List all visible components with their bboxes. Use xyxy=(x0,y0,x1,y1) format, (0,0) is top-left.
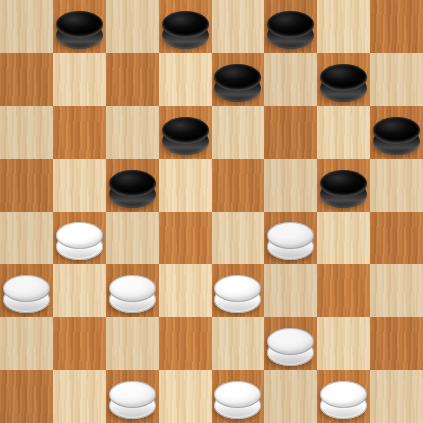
square-r6c6 xyxy=(317,317,370,370)
square-r0c5[interactable] xyxy=(264,0,317,53)
square-r3c2[interactable] xyxy=(106,159,159,212)
black-man[interactable] xyxy=(214,64,261,102)
white-man[interactable] xyxy=(109,275,156,313)
checkers-board xyxy=(0,0,423,423)
black-man[interactable] xyxy=(373,117,420,155)
piece-top-face xyxy=(320,381,367,408)
square-r2c6 xyxy=(317,106,370,159)
square-r5c5 xyxy=(264,264,317,317)
square-r3c3 xyxy=(159,159,212,212)
square-r2c3[interactable] xyxy=(159,106,212,159)
piece-top-face xyxy=(109,275,156,302)
square-r1c6[interactable] xyxy=(317,53,370,106)
square-r6c4 xyxy=(212,317,265,370)
white-man[interactable] xyxy=(214,275,261,313)
square-r6c7[interactable] xyxy=(370,317,423,370)
square-r2c4 xyxy=(212,106,265,159)
square-r6c5[interactable] xyxy=(264,317,317,370)
black-man[interactable] xyxy=(320,170,367,208)
square-r7c6[interactable] xyxy=(317,370,370,423)
black-man[interactable] xyxy=(320,64,367,102)
black-man[interactable] xyxy=(162,11,209,49)
square-r1c0[interactable] xyxy=(0,53,53,106)
square-r5c7 xyxy=(370,264,423,317)
white-man[interactable] xyxy=(3,275,50,313)
square-r6c3[interactable] xyxy=(159,317,212,370)
square-r7c0[interactable] xyxy=(0,370,53,423)
square-r4c0 xyxy=(0,212,53,265)
square-r3c1 xyxy=(53,159,106,212)
black-man[interactable] xyxy=(109,170,156,208)
square-r1c4[interactable] xyxy=(212,53,265,106)
piece-top-face xyxy=(162,117,209,144)
square-r2c1[interactable] xyxy=(53,106,106,159)
black-man[interactable] xyxy=(56,11,103,49)
piece-top-face xyxy=(162,11,209,38)
square-r4c2 xyxy=(106,212,159,265)
square-r2c2 xyxy=(106,106,159,159)
square-r4c1[interactable] xyxy=(53,212,106,265)
square-r5c4[interactable] xyxy=(212,264,265,317)
square-r5c3 xyxy=(159,264,212,317)
piece-top-face xyxy=(320,64,367,91)
black-man[interactable] xyxy=(162,117,209,155)
square-r6c1[interactable] xyxy=(53,317,106,370)
square-r0c2 xyxy=(106,0,159,53)
white-man[interactable] xyxy=(320,381,367,419)
piece-top-face xyxy=(373,117,420,144)
piece-top-face xyxy=(109,170,156,197)
square-r4c7[interactable] xyxy=(370,212,423,265)
square-r0c6 xyxy=(317,0,370,53)
square-r5c1 xyxy=(53,264,106,317)
square-r5c0[interactable] xyxy=(0,264,53,317)
square-r7c4[interactable] xyxy=(212,370,265,423)
square-r1c5 xyxy=(264,53,317,106)
square-r0c3[interactable] xyxy=(159,0,212,53)
square-r4c5[interactable] xyxy=(264,212,317,265)
square-r1c3 xyxy=(159,53,212,106)
white-man[interactable] xyxy=(109,381,156,419)
square-r3c0[interactable] xyxy=(0,159,53,212)
square-r7c1 xyxy=(53,370,106,423)
square-r7c3 xyxy=(159,370,212,423)
piece-top-face xyxy=(214,64,261,91)
square-r4c6 xyxy=(317,212,370,265)
square-r3c4[interactable] xyxy=(212,159,265,212)
square-r1c1 xyxy=(53,53,106,106)
square-r3c6[interactable] xyxy=(317,159,370,212)
square-r2c5[interactable] xyxy=(264,106,317,159)
square-r2c7[interactable] xyxy=(370,106,423,159)
piece-top-face xyxy=(320,170,367,197)
square-r5c6[interactable] xyxy=(317,264,370,317)
square-r3c5 xyxy=(264,159,317,212)
square-r7c5 xyxy=(264,370,317,423)
square-r1c7 xyxy=(370,53,423,106)
square-r0c1[interactable] xyxy=(53,0,106,53)
square-r6c2 xyxy=(106,317,159,370)
square-r2c0 xyxy=(0,106,53,159)
white-man[interactable] xyxy=(267,222,314,260)
white-man[interactable] xyxy=(56,222,103,260)
piece-top-face xyxy=(267,11,314,38)
square-r0c7[interactable] xyxy=(370,0,423,53)
piece-top-face xyxy=(109,381,156,408)
square-r6c0 xyxy=(0,317,53,370)
square-r5c2[interactable] xyxy=(106,264,159,317)
square-r4c4 xyxy=(212,212,265,265)
white-man[interactable] xyxy=(214,381,261,419)
square-r7c7 xyxy=(370,370,423,423)
square-r0c4 xyxy=(212,0,265,53)
white-man[interactable] xyxy=(267,328,314,366)
square-r3c7 xyxy=(370,159,423,212)
piece-top-face xyxy=(56,11,103,38)
square-r4c3[interactable] xyxy=(159,212,212,265)
black-man[interactable] xyxy=(267,11,314,49)
square-r1c2[interactable] xyxy=(106,53,159,106)
square-r0c0 xyxy=(0,0,53,53)
square-r7c2[interactable] xyxy=(106,370,159,423)
